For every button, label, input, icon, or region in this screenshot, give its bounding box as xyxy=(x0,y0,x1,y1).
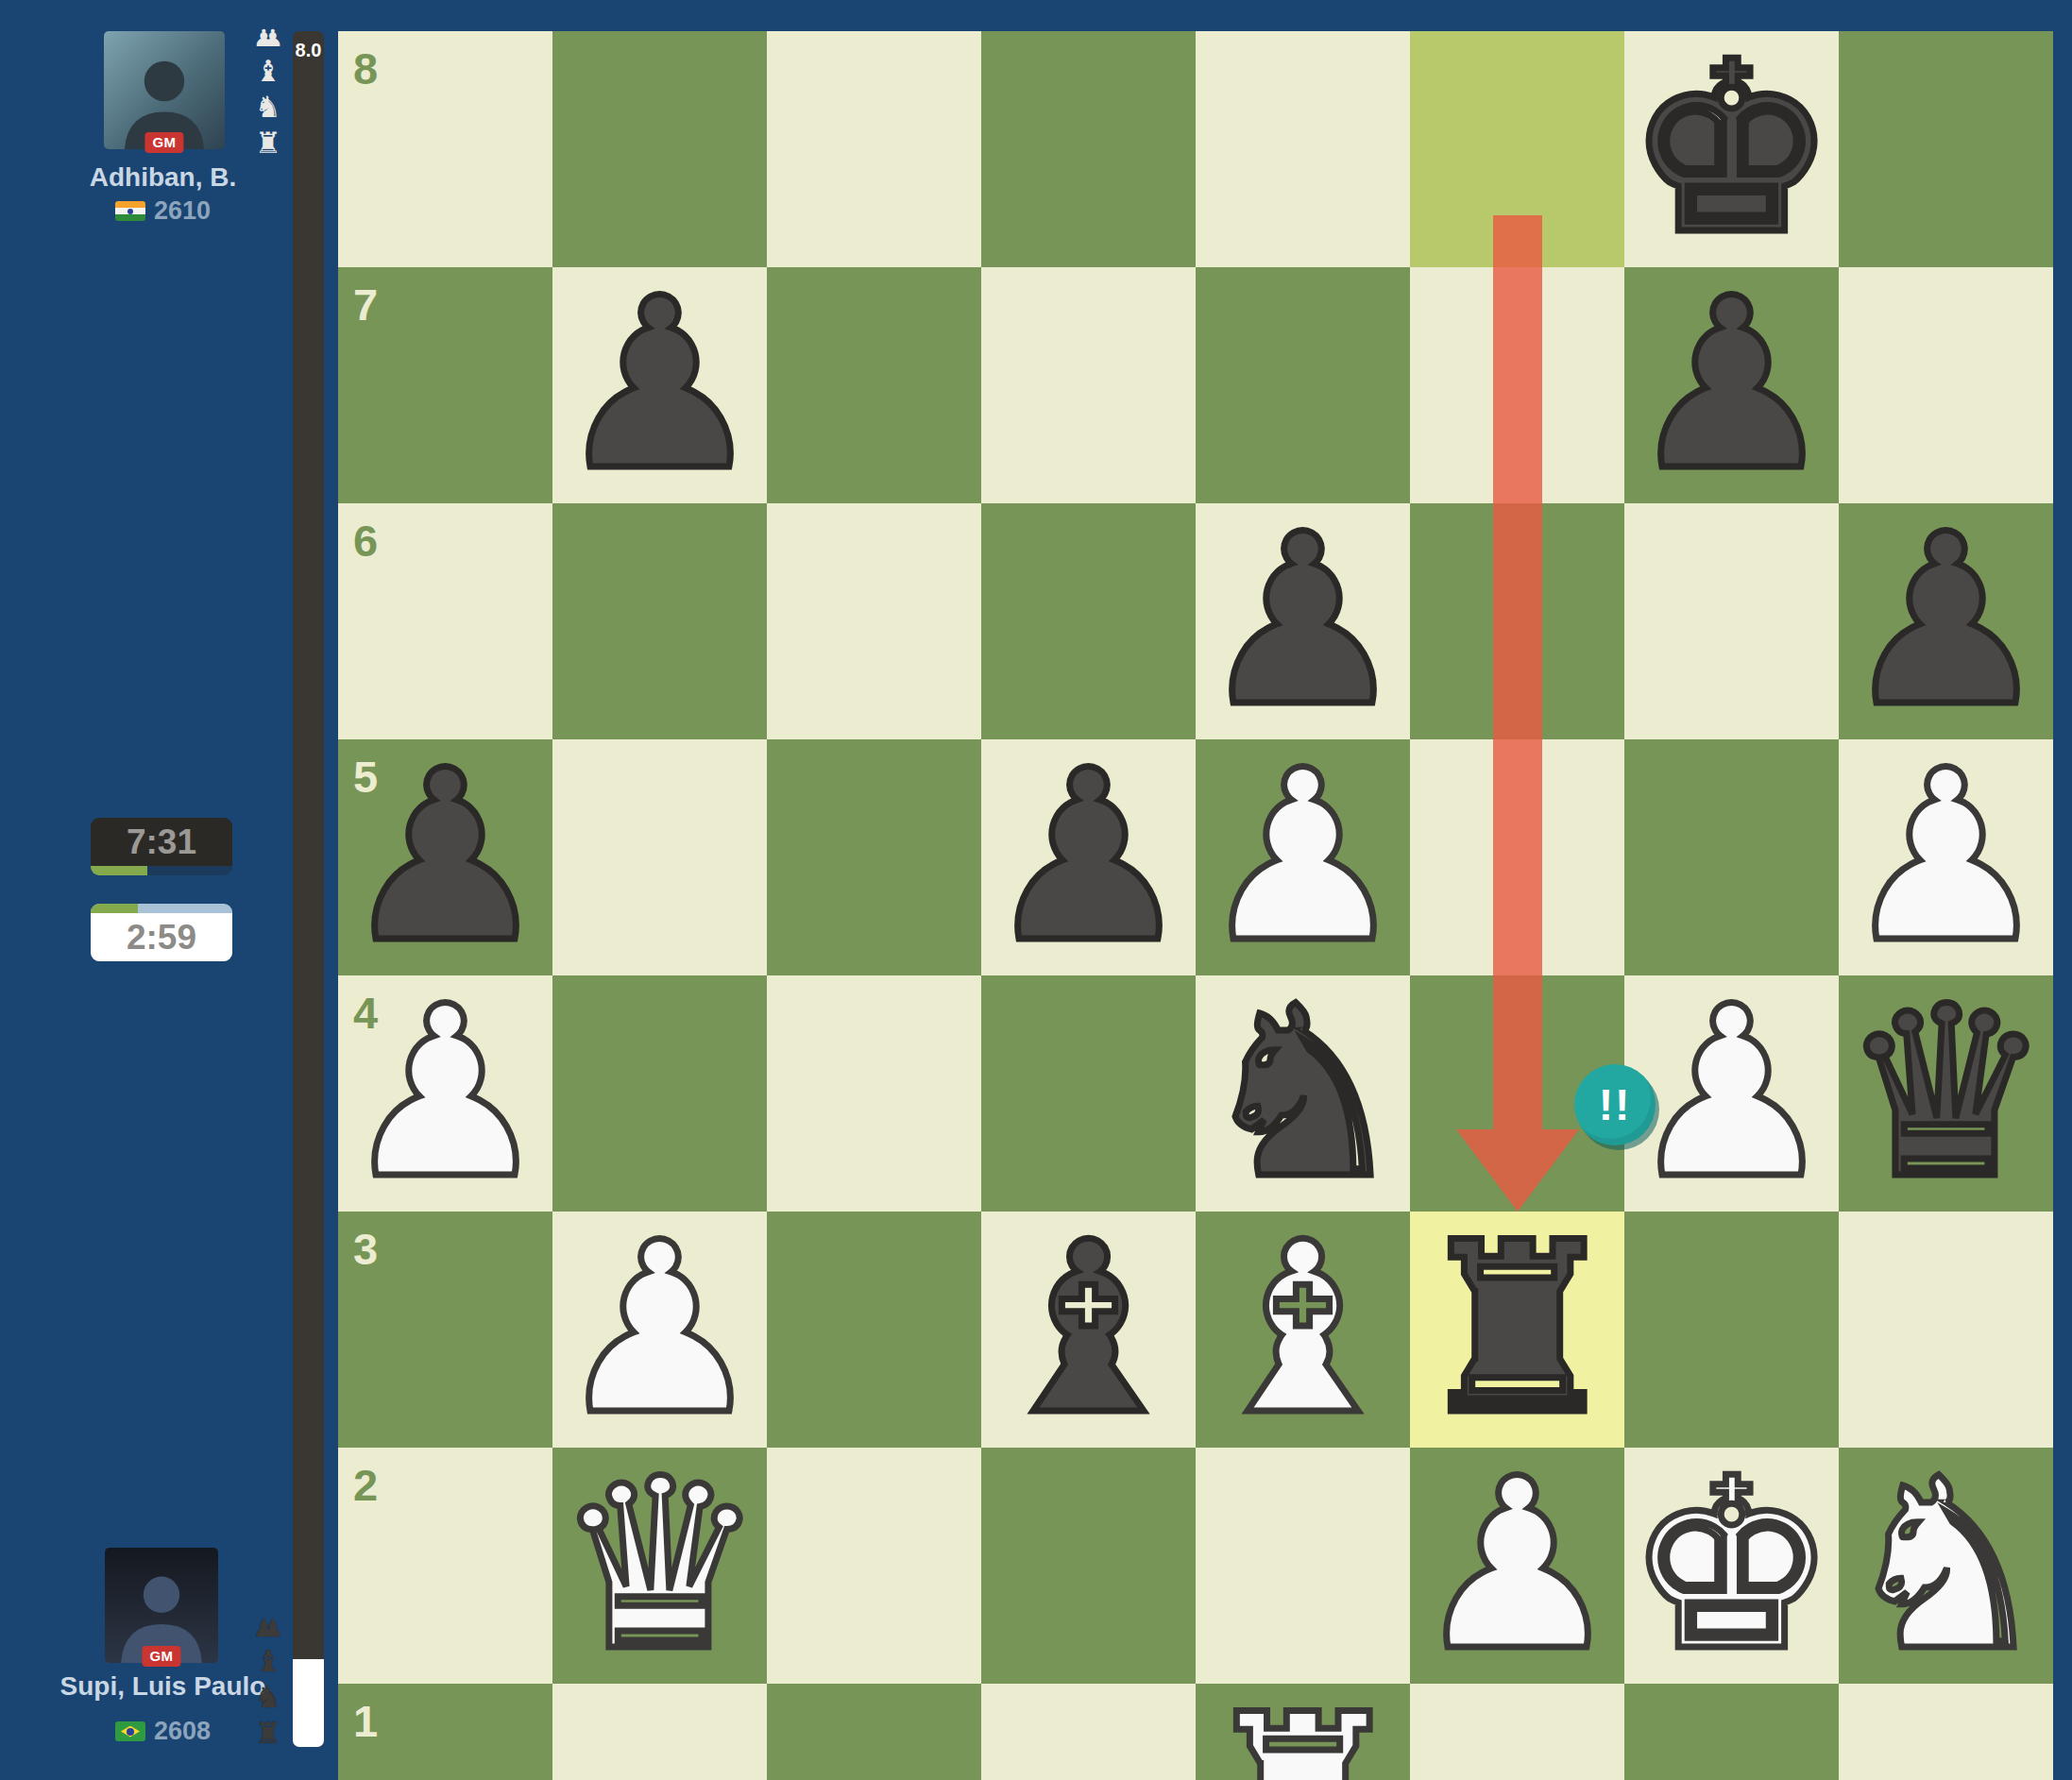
white-queen-b2[interactable]: ♛ xyxy=(553,1448,765,1684)
square-f2[interactable]: ♟ xyxy=(1410,1448,1624,1684)
bottom-player-captured-tray: ♟♟♝♞♜ xyxy=(247,1617,289,1748)
square-c6[interactable] xyxy=(767,503,981,739)
square-b2[interactable]: ♛ xyxy=(552,1448,767,1684)
square-a2[interactable]: 2 xyxy=(338,1448,552,1684)
square-g7[interactable]: ♟ xyxy=(1624,267,1839,503)
bottom-player-avatar: GM xyxy=(105,1548,218,1663)
square-e4[interactable]: ♞ xyxy=(1196,975,1410,1212)
square-g3[interactable] xyxy=(1624,1212,1839,1448)
square-b3[interactable]: ♟ xyxy=(552,1212,767,1448)
square-b5[interactable] xyxy=(552,739,767,975)
black-pawn-d5[interactable]: ♟ xyxy=(982,739,1194,975)
square-b4[interactable] xyxy=(552,975,767,1212)
square-d6[interactable] xyxy=(981,503,1196,739)
black-queen-h4[interactable]: ♛ xyxy=(1840,975,2051,1212)
square-a1[interactable]: 1a xyxy=(338,1684,552,1780)
top-player-captured-rook-icon: ♜ xyxy=(255,128,281,158)
square-b1[interactable]: b xyxy=(552,1684,767,1780)
square-a6[interactable]: 6 xyxy=(338,503,552,739)
square-a8[interactable]: 8 xyxy=(338,31,552,267)
top-player-rating-row: 2610 xyxy=(0,196,326,226)
black-king-g8[interactable]: ♚ xyxy=(1625,31,1837,267)
square-d2[interactable] xyxy=(981,1448,1196,1684)
left-panel: GM Adhiban, B. 2610 ♟♟♝♞♜ 7:31 2:59 GM S… xyxy=(0,0,293,1780)
move-arrow-tail xyxy=(1493,215,1542,1129)
square-g2[interactable]: ♚ xyxy=(1624,1448,1839,1684)
bottom-player-clock-bar xyxy=(91,904,232,913)
black-pawn-e6[interactable]: ♟ xyxy=(1197,503,1408,739)
square-a4[interactable]: 4♟ xyxy=(338,975,552,1212)
top-player-avatar: GM xyxy=(104,31,225,149)
white-rook-e1[interactable]: ♜ xyxy=(1197,1684,1408,1780)
bottom-player-captured-pawns-icon: ♟♟ xyxy=(253,1617,283,1640)
top-player-clock: 7:31 xyxy=(91,818,232,875)
black-rook-f3[interactable]: ♜ xyxy=(1411,1212,1622,1448)
black-pawn-h6[interactable]: ♟ xyxy=(1840,503,2051,739)
square-h7[interactable] xyxy=(1839,267,2053,503)
rank-label-2: 2 xyxy=(353,1463,378,1507)
evaluation-bar: 8.0 xyxy=(293,31,324,1747)
square-h8[interactable] xyxy=(1839,31,2053,267)
bottom-player-clock: 2:59 xyxy=(91,904,232,961)
rank-label-8: 8 xyxy=(353,46,378,91)
top-player-name: Adhiban, B. xyxy=(0,162,326,193)
top-player-rating: 2610 xyxy=(154,196,211,226)
rank-label-5: 5 xyxy=(353,754,378,799)
black-pawn-g7[interactable]: ♟ xyxy=(1625,267,1837,503)
square-d4[interactable] xyxy=(981,975,1196,1212)
square-h5[interactable]: ♟ xyxy=(1839,739,2053,975)
square-c5[interactable] xyxy=(767,739,981,975)
square-e2[interactable] xyxy=(1196,1448,1410,1684)
square-b8[interactable] xyxy=(552,31,767,267)
square-d3[interactable]: ♝ xyxy=(981,1212,1196,1448)
chess-board[interactable]: 8♚7♟♟6♟♟5♟♟♟♟4♟♞♟♛3♟♝♝♜2♛♟♚♞1abcde♜fgh!! xyxy=(338,31,2053,1746)
square-g8[interactable]: ♚ xyxy=(1624,31,1839,267)
top-player-clock-bar-fill xyxy=(91,866,147,875)
bottom-player-captured-bishop-icon: ♝ xyxy=(255,1647,281,1676)
move-arrow-head xyxy=(1456,1129,1579,1212)
square-g6[interactable] xyxy=(1624,503,1839,739)
square-c7[interactable] xyxy=(767,267,981,503)
black-knight-e4[interactable]: ♞ xyxy=(1197,975,1408,1212)
square-g4[interactable]: ♟ xyxy=(1624,975,1839,1212)
square-h4[interactable]: ♛ xyxy=(1839,975,2053,1212)
square-f1[interactable]: f xyxy=(1410,1684,1624,1780)
top-player-captured-knight-icon: ♞ xyxy=(255,93,281,122)
black-pawn-b7[interactable]: ♟ xyxy=(553,267,765,503)
square-h1[interactable]: h xyxy=(1839,1684,2053,1780)
bottom-player-captured-knight-icon: ♞ xyxy=(255,1683,281,1712)
top-player-captured-tray: ♟♟♝♞♜ xyxy=(247,26,289,158)
square-d8[interactable] xyxy=(981,31,1196,267)
evaluation-bar-white-fill xyxy=(293,1659,324,1747)
white-king-g2[interactable]: ♚ xyxy=(1625,1448,1837,1684)
square-d5[interactable]: ♟ xyxy=(981,739,1196,975)
white-pawn-h5[interactable]: ♟ xyxy=(1840,739,2051,975)
square-b7[interactable]: ♟ xyxy=(552,267,767,503)
square-e7[interactable] xyxy=(1196,267,1410,503)
square-g1[interactable]: g xyxy=(1624,1684,1839,1780)
black-bishop-d3[interactable]: ♝ xyxy=(982,1212,1194,1448)
square-a5[interactable]: 5♟ xyxy=(338,739,552,975)
rank-label-4: 4 xyxy=(353,991,378,1035)
top-player-captured-bishop-icon: ♝ xyxy=(255,57,281,86)
brilliant-move-badge: !! xyxy=(1574,1064,1656,1145)
square-h3[interactable] xyxy=(1839,1212,2053,1448)
rank-label-7: 7 xyxy=(353,282,378,327)
white-pawn-e5[interactable]: ♟ xyxy=(1197,739,1408,975)
square-f3[interactable]: ♜ xyxy=(1410,1212,1624,1448)
white-pawn-g4[interactable]: ♟ xyxy=(1625,975,1837,1212)
top-player-clock-time: 7:31 xyxy=(91,818,232,866)
square-a7[interactable]: 7 xyxy=(338,267,552,503)
square-c3[interactable] xyxy=(767,1212,981,1448)
bottom-player-rating: 2608 xyxy=(154,1717,211,1746)
square-h6[interactable]: ♟ xyxy=(1839,503,2053,739)
square-e5[interactable]: ♟ xyxy=(1196,739,1410,975)
rank-label-3: 3 xyxy=(353,1227,378,1271)
white-knight-h2[interactable]: ♞ xyxy=(1840,1448,2051,1684)
bottom-player-clock-bar-fill xyxy=(91,904,138,913)
white-pawn-b3[interactable]: ♟ xyxy=(553,1212,765,1448)
rank-label-6: 6 xyxy=(353,518,378,563)
top-player-captured-pawns-icon: ♟♟ xyxy=(253,26,283,50)
square-c2[interactable] xyxy=(767,1448,981,1684)
square-c4[interactable] xyxy=(767,975,981,1212)
white-pawn-f2[interactable]: ♟ xyxy=(1411,1448,1622,1684)
bottom-player-title-badge: GM xyxy=(142,1646,180,1667)
square-h2[interactable]: ♞ xyxy=(1839,1448,2053,1684)
square-e1[interactable]: e♜ xyxy=(1196,1684,1410,1780)
square-e6[interactable]: ♟ xyxy=(1196,503,1410,739)
square-a3[interactable]: 3 xyxy=(338,1212,552,1448)
bottom-player-clock-time: 2:59 xyxy=(91,913,232,961)
india-flag-icon xyxy=(115,201,145,221)
brazil-flag-icon xyxy=(115,1721,145,1741)
white-bishop-e3[interactable]: ♝ xyxy=(1197,1212,1408,1448)
bottom-player-captured-rook-icon: ♜ xyxy=(255,1719,281,1748)
square-c8[interactable] xyxy=(767,31,981,267)
top-player-title-badge: GM xyxy=(144,132,183,153)
square-g5[interactable] xyxy=(1624,739,1839,975)
evaluation-score: 8.0 xyxy=(293,40,324,61)
square-c1[interactable]: c xyxy=(767,1684,981,1780)
square-d1[interactable]: d xyxy=(981,1684,1196,1780)
square-d7[interactable] xyxy=(981,267,1196,503)
top-player-clock-bar xyxy=(91,866,232,875)
square-e3[interactable]: ♝ xyxy=(1196,1212,1410,1448)
square-e8[interactable] xyxy=(1196,31,1410,267)
square-b6[interactable] xyxy=(552,503,767,739)
rank-label-1: 1 xyxy=(353,1699,378,1743)
